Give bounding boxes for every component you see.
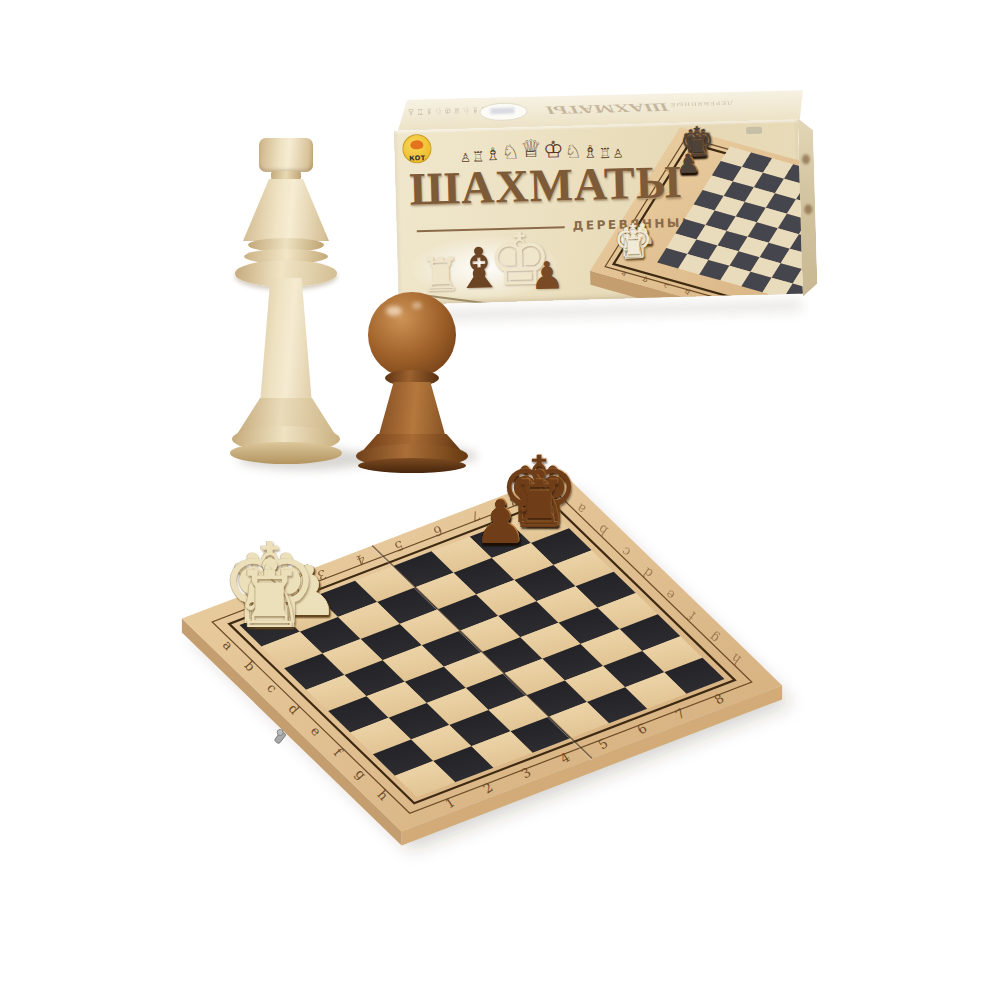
silhouette-piece-icon: ♕ [453, 106, 460, 115]
rank-label-7: 7 [673, 705, 688, 722]
box-board-file-label-d: d [683, 287, 691, 296]
cat-icon [410, 140, 423, 149]
far-rank-label-4: 4 [354, 552, 367, 569]
box-board-file-label-e: e [704, 293, 712, 302]
file-label-h: h [374, 787, 391, 803]
silhouette-piece-icon: ♗ [426, 107, 433, 116]
pawn-base-bottom [358, 458, 466, 473]
brand-logo: КОТ [402, 134, 432, 164]
rank-label-6: 6 [634, 720, 649, 737]
rank-label-2: 2 [480, 779, 495, 796]
silhouette-piece-icon: ♗ [471, 106, 478, 115]
far-file-label-g: g [707, 629, 722, 646]
file-label-f: f [331, 745, 345, 759]
box-board-file-label-b: b [641, 275, 649, 284]
hero-brown-pawn [356, 292, 468, 472]
rank-label-3: 3 [519, 764, 534, 781]
king-body [234, 278, 338, 404]
far-file-label-f: f [686, 609, 699, 624]
file-label-c: c [264, 680, 280, 695]
piece-black-pawn-a7: ♟ [676, 150, 700, 177]
silhouette-piece-icon: ♔ [444, 106, 451, 115]
file-label-e: e [308, 723, 324, 739]
king-base-bottom [230, 442, 342, 464]
box-title: ШАХМАТЫ [409, 155, 683, 216]
far-file-label-h: h [729, 651, 744, 668]
box-board-file-label-f: f [726, 299, 733, 305]
box-board-file-label-c: c [662, 281, 670, 290]
pawn-head-highlight [386, 306, 402, 316]
rank-label-4: 4 [557, 750, 572, 767]
piece-white-rook-a1: ♜ [619, 231, 649, 264]
hero-white-king [230, 138, 342, 468]
box-top-mirrored-title: ШАХМАТЫ [544, 100, 671, 117]
file-label-d: d [286, 701, 303, 717]
rank-label-5: 5 [596, 735, 611, 752]
far-file-label-c: c [618, 544, 633, 560]
box-sticker [479, 102, 527, 121]
piece-black-pawn-a7: ♟ [474, 492, 528, 552]
file-label-b: b [241, 658, 258, 674]
king-crown [236, 179, 336, 241]
pawn-head-highlight-2 [412, 302, 422, 309]
box-board-file-label-a: a [620, 269, 628, 278]
king-finial [259, 138, 313, 172]
box-corner-mark [746, 127, 762, 134]
far-file-label-d: d [640, 565, 655, 582]
photo-piece-icon: ♟ [530, 256, 565, 295]
rank-label-1: 1 [442, 794, 457, 811]
piece-white-rook-a1: ♜ [234, 561, 305, 640]
pawn-body [358, 382, 466, 440]
silhouette-piece-icon: ♙ [407, 107, 414, 116]
metal-clasp [274, 729, 286, 744]
far-file-label-e: e [662, 587, 677, 604]
far-rank-label-6: 6 [431, 523, 444, 540]
box-top-mirrored-subtitle: ДЕРЕВЯННЫЕ [669, 100, 733, 107]
far-file-label-b: b [596, 522, 611, 539]
king-finial-neck [271, 171, 301, 180]
box-front-face: КОТ ♙♖♗♘♕♔♘♗♖♙ ШАХМАТЫ ДЕРЕВЯННЫЕ ♜♝♚♟ ♜… [394, 120, 803, 305]
silhouette-piece-icon: ♘ [435, 107, 442, 116]
product-box: ♙♖♗♘♕♔♘♗♖♙ ШАХМАТЫ ДЕРЕВЯННЫЕ КОТ ♙♖♗♘♕♔… [393, 86, 819, 316]
silhouette-piece-icon: ♘ [462, 106, 469, 115]
silhouette-piece-icon: ♖ [416, 107, 423, 116]
far-rank-label-5: 5 [393, 537, 406, 554]
product-photo-stage: ♙♖♗♘♕♔♘♗♖♙ ШАХМАТЫ ДЕРЕВЯННЫЕ КОТ ♙♖♗♘♕♔… [0, 0, 1000, 1000]
rank-label-8: 8 [711, 691, 726, 708]
file-label-g: g [352, 765, 369, 781]
